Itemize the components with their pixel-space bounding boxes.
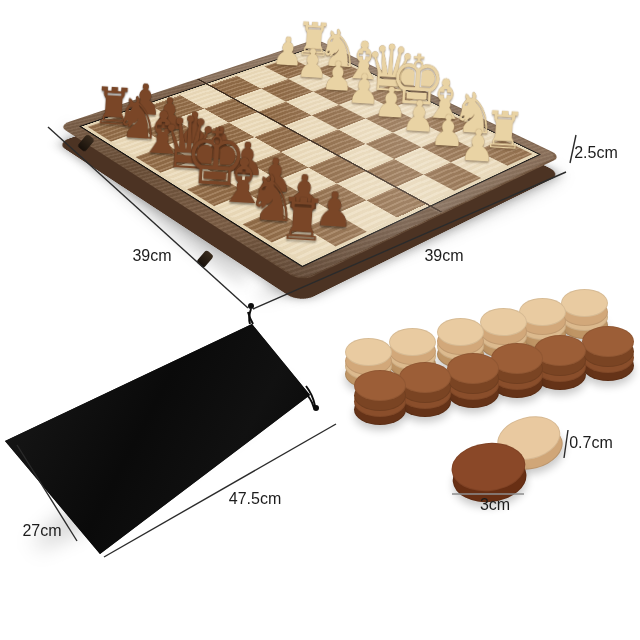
checker-stack-dark-2	[399, 362, 451, 417]
checker-stack-dark-3	[447, 353, 499, 408]
checker-disc	[389, 328, 436, 356]
checker-disc	[354, 370, 406, 401]
label-bag-length: 47.5cm	[229, 491, 281, 507]
label-bag-width: 27cm	[22, 523, 61, 539]
checker-disc	[345, 338, 392, 366]
label-board-width-right: 39cm	[424, 248, 463, 264]
checker-stack-dark-1	[354, 370, 406, 425]
label-board-thickness: 2.5cm	[574, 145, 618, 161]
checker-disc	[561, 289, 608, 317]
label-checker-thickness: 0.7cm	[569, 435, 613, 451]
checkers-group	[0, 0, 640, 640]
label-checker-diameter: 3cm	[480, 497, 510, 513]
label-board-width-left: 39cm	[132, 248, 171, 264]
checker-disc	[582, 326, 634, 357]
checker-disc	[399, 362, 451, 393]
checker-stack-dark-6	[582, 326, 634, 381]
checker-disc	[480, 308, 527, 336]
product-photo: ♜♞♝♛♚♝♞♜♟♟♟♟♟♟♟♟♟♟♟♟♟♟♟♟♜♞♝♛♚♝♞♜ 39cm 39…	[0, 0, 640, 640]
checker-disc	[437, 318, 484, 346]
checker-disc	[447, 353, 499, 384]
